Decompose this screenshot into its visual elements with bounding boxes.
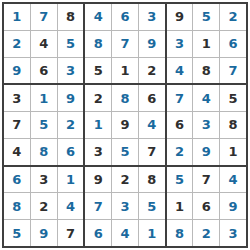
cell-r5c6[interactable]: 4 — [139, 112, 165, 138]
cell-r6c2[interactable]: 8 — [31, 139, 57, 165]
cell-r3c5[interactable]: 1 — [112, 58, 138, 84]
cell-r8c9[interactable]: 9 — [220, 193, 246, 219]
cell-r5c4[interactable]: 1 — [85, 112, 111, 138]
cell-r4c3[interactable]: 9 — [58, 85, 84, 111]
cell-r6c1[interactable]: 4 — [4, 139, 30, 165]
cell-r7c8[interactable]: 7 — [193, 167, 219, 193]
cell-r4c2[interactable]: 1 — [31, 85, 57, 111]
cell-r8c4[interactable]: 7 — [85, 193, 111, 219]
cell-r4c1[interactable]: 3 — [4, 85, 30, 111]
cell-r1c3[interactable]: 8 — [58, 4, 84, 30]
cell-r1c7[interactable]: 9 — [167, 4, 193, 30]
cell-r6c3[interactable]: 6 — [58, 139, 84, 165]
cell-r5c9[interactable]: 8 — [220, 112, 246, 138]
box-1: 178245963 — [4, 4, 83, 83]
cell-r3c6[interactable]: 2 — [139, 58, 165, 84]
cell-r1c9[interactable]: 2 — [220, 4, 246, 30]
cell-r1c2[interactable]: 7 — [31, 4, 57, 30]
cell-r2c1[interactable]: 2 — [4, 31, 30, 57]
cell-r2c4[interactable]: 8 — [85, 31, 111, 57]
cell-r6c7[interactable]: 2 — [167, 139, 193, 165]
cell-r2c6[interactable]: 9 — [139, 31, 165, 57]
cell-r6c8[interactable]: 9 — [193, 139, 219, 165]
cell-r4c8[interactable]: 4 — [193, 85, 219, 111]
cell-r4c6[interactable]: 6 — [139, 85, 165, 111]
cell-r8c1[interactable]: 8 — [4, 193, 30, 219]
sudoku-board: 1782459634638795129523164873197524862861… — [2, 2, 248, 248]
cell-r7c6[interactable]: 8 — [139, 167, 165, 193]
cell-r6c5[interactable]: 5 — [112, 139, 138, 165]
cell-r9c2[interactable]: 9 — [31, 220, 57, 246]
box-4: 319752486 — [4, 85, 83, 164]
cell-r9c8[interactable]: 2 — [193, 220, 219, 246]
cell-r5c3[interactable]: 2 — [58, 112, 84, 138]
cell-r4c7[interactable]: 7 — [167, 85, 193, 111]
cell-r9c5[interactable]: 4 — [112, 220, 138, 246]
cell-r7c2[interactable]: 3 — [31, 167, 57, 193]
cell-r6c9[interactable]: 1 — [220, 139, 246, 165]
cell-r2c8[interactable]: 1 — [193, 31, 219, 57]
cell-r7c3[interactable]: 1 — [58, 167, 84, 193]
box-3: 952316487 — [167, 4, 246, 83]
cell-r9c6[interactable]: 1 — [139, 220, 165, 246]
cell-r6c4[interactable]: 3 — [85, 139, 111, 165]
cell-r2c5[interactable]: 7 — [112, 31, 138, 57]
cell-r7c9[interactable]: 4 — [220, 167, 246, 193]
cell-r3c1[interactable]: 9 — [4, 58, 30, 84]
cell-r3c3[interactable]: 3 — [58, 58, 84, 84]
cell-r7c5[interactable]: 2 — [112, 167, 138, 193]
cell-r5c7[interactable]: 6 — [167, 112, 193, 138]
cell-r4c4[interactable]: 2 — [85, 85, 111, 111]
cell-r4c9[interactable]: 5 — [220, 85, 246, 111]
box-7: 631824597 — [4, 167, 83, 246]
cell-r3c4[interactable]: 5 — [85, 58, 111, 84]
cell-r3c2[interactable]: 6 — [31, 58, 57, 84]
cell-r9c3[interactable]: 7 — [58, 220, 84, 246]
cell-r3c9[interactable]: 7 — [220, 58, 246, 84]
cell-r7c4[interactable]: 9 — [85, 167, 111, 193]
cell-r7c1[interactable]: 6 — [4, 167, 30, 193]
cell-r9c9[interactable]: 3 — [220, 220, 246, 246]
box-8: 928735641 — [85, 167, 164, 246]
cell-r1c1[interactable]: 1 — [4, 4, 30, 30]
cell-r8c2[interactable]: 2 — [31, 193, 57, 219]
box-6: 745638291 — [167, 85, 246, 164]
cell-r8c3[interactable]: 4 — [58, 193, 84, 219]
cell-r5c1[interactable]: 7 — [4, 112, 30, 138]
cell-r2c3[interactable]: 5 — [58, 31, 84, 57]
cell-r5c8[interactable]: 3 — [193, 112, 219, 138]
cell-r5c5[interactable]: 9 — [112, 112, 138, 138]
cell-r4c5[interactable]: 8 — [112, 85, 138, 111]
cell-r6c6[interactable]: 7 — [139, 139, 165, 165]
cell-r8c7[interactable]: 1 — [167, 193, 193, 219]
cell-r8c5[interactable]: 3 — [112, 193, 138, 219]
cell-r3c8[interactable]: 8 — [193, 58, 219, 84]
cell-r2c7[interactable]: 3 — [167, 31, 193, 57]
cell-r8c8[interactable]: 6 — [193, 193, 219, 219]
cell-r3c7[interactable]: 4 — [167, 58, 193, 84]
cell-r8c6[interactable]: 5 — [139, 193, 165, 219]
box-2: 463879512 — [85, 4, 164, 83]
cell-r2c9[interactable]: 6 — [220, 31, 246, 57]
cell-r2c2[interactable]: 4 — [31, 31, 57, 57]
cell-r1c8[interactable]: 5 — [193, 4, 219, 30]
cell-r1c6[interactable]: 3 — [139, 4, 165, 30]
box-9: 574169823 — [167, 167, 246, 246]
cell-r1c5[interactable]: 6 — [112, 4, 138, 30]
cell-r7c7[interactable]: 5 — [167, 167, 193, 193]
box-5: 286194357 — [85, 85, 164, 164]
cell-r9c1[interactable]: 5 — [4, 220, 30, 246]
cell-r1c4[interactable]: 4 — [85, 4, 111, 30]
cell-r9c4[interactable]: 6 — [85, 220, 111, 246]
cell-r5c2[interactable]: 5 — [31, 112, 57, 138]
cell-r9c7[interactable]: 8 — [167, 220, 193, 246]
